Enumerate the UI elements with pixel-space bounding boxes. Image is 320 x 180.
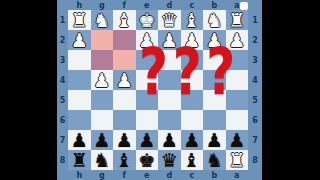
file-labels-bottom: hgfedcba [68,170,248,180]
rank-label-6: 6 [248,110,262,130]
square-f5[interactable] [113,90,136,110]
rank-label-5: 5 [57,90,68,110]
thumbnail-canvas: hgfedcba 12345678 ♜♞♝♚♛♝♞♜♟♟♟♟♟♟♟♟♟♟♟♟♟♟… [0,0,320,180]
white-rook-icon: ♜ [71,10,88,30]
square-g7[interactable]: ♟ [91,130,114,150]
square-e7[interactable]: ♟ [136,130,159,150]
square-d6[interactable] [158,110,181,130]
black-pawn-icon: ♟ [206,130,223,150]
black-pawn-icon: ♟ [93,130,110,150]
rank-label-3: 3 [248,50,262,70]
square-d7[interactable]: ♟ [158,130,181,150]
square-f1[interactable]: ♝ [113,10,136,30]
black-rook-icon: ♜ [71,150,88,170]
square-h4[interactable] [68,70,91,90]
rank-label-7: 7 [248,130,262,150]
square-b7[interactable]: ♟ [203,130,226,150]
white-rook-icon: ♜ [228,10,245,30]
square-b6[interactable] [203,110,226,130]
square-e8[interactable]: ♚ [136,150,159,170]
square-h6[interactable] [68,110,91,130]
square-a7[interactable]: ♟ [226,130,249,150]
file-label-g: g [91,170,114,180]
white-king-icon: ♚ [138,10,155,30]
black-bishop-icon: ♝ [183,150,200,170]
white-pawn-icon: ♟ [93,70,110,90]
file-label-c: c [181,170,204,180]
square-h2[interactable]: ♟ [68,30,91,50]
square-h5[interactable] [68,90,91,110]
black-bishop-icon: ♝ [116,150,133,170]
square-f3[interactable] [113,50,136,70]
square-h1[interactable]: ♜ [68,10,91,30]
square-g3[interactable] [91,50,114,70]
square-f2[interactable] [113,30,136,50]
file-label-f: f [113,0,136,10]
square-f6[interactable] [113,110,136,130]
white-queen-icon: ♛ [161,10,178,30]
square-g1[interactable]: ♞ [91,10,114,30]
square-g4[interactable]: ♟ [91,70,114,90]
file-label-e: e [136,0,159,10]
rank-label-6: 6 [57,110,68,130]
file-label-e: e [136,170,159,180]
square-f4[interactable]: ♟ [113,70,136,90]
rank-label-7: 7 [57,130,68,150]
file-label-g: g [91,0,114,10]
rank-label-5: 5 [248,90,262,110]
rank-label-2: 2 [248,30,262,50]
square-f8[interactable]: ♝ [113,150,136,170]
square-c1[interactable]: ♝ [181,10,204,30]
square-c7[interactable]: ♟ [181,130,204,150]
file-label-h: h [68,170,91,180]
white-bishop-icon: ♝ [183,10,200,30]
square-c8[interactable]: ♝ [181,150,204,170]
square-d1[interactable]: ♛ [158,10,181,30]
rank-label-2: 2 [57,30,68,50]
file-label-d: d [158,0,181,10]
black-pawn-icon: ♟ [138,130,155,150]
rank-label-4: 4 [248,70,262,90]
square-c6[interactable] [181,110,204,130]
corner-square-icon [240,2,248,10]
rank-label-3: 3 [57,50,68,70]
white-knight-icon: ♞ [206,10,223,30]
square-b1[interactable]: ♞ [203,10,226,30]
question-marks-annotation: ??? [139,40,240,104]
black-pawn-icon: ♟ [116,130,133,150]
square-b8[interactable]: ♞ [203,150,226,170]
file-label-b: b [203,0,226,10]
file-label-h: h [68,0,91,10]
file-label-d: d [158,170,181,180]
square-a8[interactable]: ♜ [226,150,249,170]
rank-label-1: 1 [57,10,68,30]
file-label-f: f [113,170,136,180]
square-a6[interactable] [226,110,249,130]
rank-label-8: 8 [57,150,68,170]
rank-label-4: 4 [57,70,68,90]
white-knight-icon: ♞ [93,10,110,30]
black-pawn-icon: ♟ [71,130,88,150]
black-king-icon: ♚ [138,150,155,170]
file-labels-top: hgfedcba [68,0,248,10]
rank-labels-left: 12345678 [57,10,68,170]
square-h7[interactable]: ♟ [68,130,91,150]
file-label-a: a [226,170,249,180]
square-e1[interactable]: ♚ [136,10,159,30]
file-label-b: b [203,170,226,180]
white-pawn-icon: ♟ [116,70,133,90]
black-pawn-icon: ♟ [228,130,245,150]
black-pawn-icon: ♟ [183,130,200,150]
square-e6[interactable] [136,110,159,130]
black-queen-icon: ♛ [161,150,178,170]
rank-label-1: 1 [248,10,262,30]
square-g5[interactable] [91,90,114,110]
square-g6[interactable] [91,110,114,130]
file-label-c: c [181,0,204,10]
white-pawn-icon: ♟ [71,30,88,50]
square-h3[interactable] [68,50,91,70]
black-knight-icon: ♞ [93,150,110,170]
rank-label-8: 8 [248,150,262,170]
white-rook-icon: ♜ [228,150,245,170]
square-g2[interactable] [91,30,114,50]
square-a1[interactable]: ♜ [226,10,249,30]
black-pawn-icon: ♟ [161,130,178,150]
rank-labels-right: 12345678 [248,10,262,170]
square-f7[interactable]: ♟ [113,130,136,150]
square-h8[interactable]: ♜ [68,150,91,170]
square-g8[interactable]: ♞ [91,150,114,170]
black-knight-icon: ♞ [206,150,223,170]
square-d8[interactable]: ♛ [158,150,181,170]
white-bishop-icon: ♝ [116,10,133,30]
